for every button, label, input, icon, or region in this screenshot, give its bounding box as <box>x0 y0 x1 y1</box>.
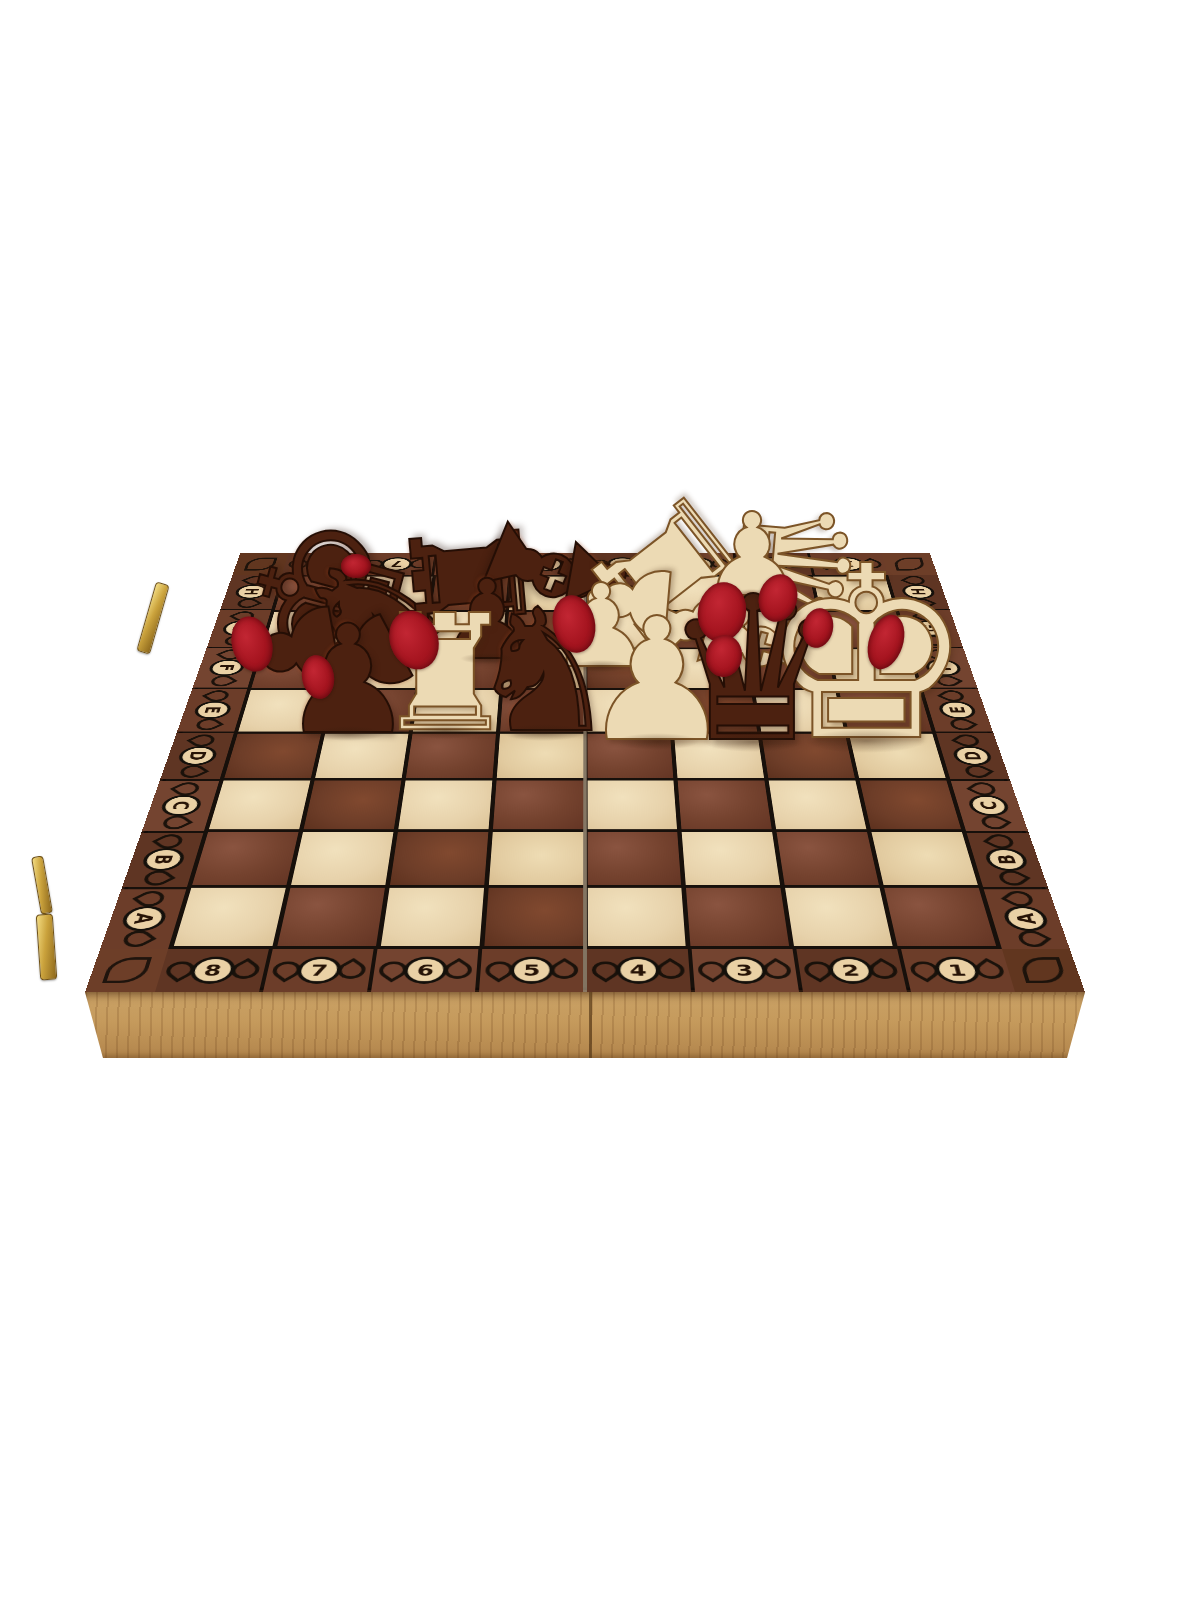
piece-shadow <box>806 729 926 753</box>
piece-layer: ♚♞♜♝♟♟♝♜♛♝♝♟♟♟♟♜♞♟♟♚♛ <box>0 0 1200 1600</box>
piece-shadow <box>501 724 586 741</box>
piece-shadow <box>405 723 485 739</box>
piece-shadow <box>703 732 803 752</box>
piece-shadow <box>615 733 700 750</box>
piece-shadow <box>460 653 515 664</box>
piece-shadow <box>572 660 630 672</box>
red-felt-base <box>341 554 371 578</box>
piece-shadow <box>311 726 386 741</box>
photo-scene: 87654321 87654321 HGFEDCBA HGFEDCBA ♚♞♜♝… <box>0 0 1200 1600</box>
